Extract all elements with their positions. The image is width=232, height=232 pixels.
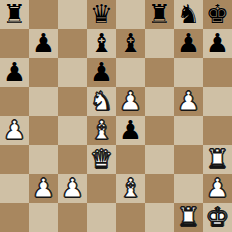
white-pawn-b2[interactable]: ♟ <box>32 174 55 203</box>
square-h4[interactable] <box>203 116 232 145</box>
square-f1[interactable] <box>145 203 174 232</box>
square-e5[interactable]: ♟ <box>116 87 145 116</box>
square-f8[interactable]: ♜ <box>145 0 174 29</box>
black-queen-d8[interactable]: ♛ <box>90 0 113 29</box>
square-b2[interactable]: ♟ <box>29 174 58 203</box>
square-g3[interactable] <box>174 145 203 174</box>
square-e6[interactable] <box>116 58 145 87</box>
chess-board: ♜♛♜♞♚♟♝♝♟♟♟♟♞♟♟♟♝♟♛♜♟♟♝♟♜♚ <box>0 0 232 232</box>
white-queen-d3[interactable]: ♛ <box>90 145 113 174</box>
square-a7[interactable] <box>0 29 29 58</box>
square-d4[interactable]: ♝ <box>87 116 116 145</box>
square-d2[interactable] <box>87 174 116 203</box>
white-pawn-c2[interactable]: ♟ <box>61 174 84 203</box>
square-a1[interactable] <box>0 203 29 232</box>
black-bishop-d7[interactable]: ♝ <box>90 29 113 58</box>
square-h7[interactable]: ♟ <box>203 29 232 58</box>
black-king-h8[interactable]: ♚ <box>206 0 229 29</box>
white-bishop-e2[interactable]: ♝ <box>119 174 142 203</box>
square-f5[interactable] <box>145 87 174 116</box>
black-pawn-h7[interactable]: ♟ <box>206 29 229 58</box>
square-b5[interactable] <box>29 87 58 116</box>
white-bishop-d4[interactable]: ♝ <box>90 116 113 145</box>
black-pawn-g7[interactable]: ♟ <box>177 29 200 58</box>
square-e3[interactable] <box>116 145 145 174</box>
square-h1[interactable]: ♚ <box>203 203 232 232</box>
square-d6[interactable]: ♟ <box>87 58 116 87</box>
square-c5[interactable] <box>58 87 87 116</box>
black-rook-f8[interactable]: ♜ <box>148 0 171 29</box>
square-g7[interactable]: ♟ <box>174 29 203 58</box>
square-h6[interactable] <box>203 58 232 87</box>
square-a8[interactable]: ♜ <box>0 0 29 29</box>
black-pawn-d6[interactable]: ♟ <box>90 58 113 87</box>
square-e4[interactable]: ♟ <box>116 116 145 145</box>
square-h8[interactable]: ♚ <box>203 0 232 29</box>
square-g2[interactable] <box>174 174 203 203</box>
square-b6[interactable] <box>29 58 58 87</box>
square-a4[interactable]: ♟ <box>0 116 29 145</box>
square-b8[interactable] <box>29 0 58 29</box>
white-pawn-h2[interactable]: ♟ <box>206 174 229 203</box>
square-e2[interactable]: ♝ <box>116 174 145 203</box>
square-c7[interactable] <box>58 29 87 58</box>
square-h2[interactable]: ♟ <box>203 174 232 203</box>
square-b7[interactable]: ♟ <box>29 29 58 58</box>
square-f7[interactable] <box>145 29 174 58</box>
square-c3[interactable] <box>58 145 87 174</box>
square-d7[interactable]: ♝ <box>87 29 116 58</box>
square-g1[interactable]: ♜ <box>174 203 203 232</box>
square-c4[interactable] <box>58 116 87 145</box>
square-f2[interactable] <box>145 174 174 203</box>
white-rook-h3[interactable]: ♜ <box>206 145 229 174</box>
black-pawn-a6[interactable]: ♟ <box>3 58 26 87</box>
square-h3[interactable]: ♜ <box>203 145 232 174</box>
square-g5[interactable]: ♟ <box>174 87 203 116</box>
square-g8[interactable]: ♞ <box>174 0 203 29</box>
black-rook-a8[interactable]: ♜ <box>3 0 26 29</box>
square-e8[interactable] <box>116 0 145 29</box>
square-g6[interactable] <box>174 58 203 87</box>
square-b3[interactable] <box>29 145 58 174</box>
square-f6[interactable] <box>145 58 174 87</box>
white-king-h1[interactable]: ♚ <box>206 203 229 232</box>
square-a6[interactable]: ♟ <box>0 58 29 87</box>
square-a3[interactable] <box>0 145 29 174</box>
white-rook-g1[interactable]: ♜ <box>177 203 200 232</box>
black-pawn-e4[interactable]: ♟ <box>119 116 142 145</box>
square-d8[interactable]: ♛ <box>87 0 116 29</box>
square-h5[interactable] <box>203 87 232 116</box>
white-pawn-g5[interactable]: ♟ <box>177 87 200 116</box>
square-g4[interactable] <box>174 116 203 145</box>
square-a5[interactable] <box>0 87 29 116</box>
square-f3[interactable] <box>145 145 174 174</box>
square-a2[interactable] <box>0 174 29 203</box>
square-b1[interactable] <box>29 203 58 232</box>
black-pawn-b7[interactable]: ♟ <box>32 29 55 58</box>
square-c6[interactable] <box>58 58 87 87</box>
square-d1[interactable] <box>87 203 116 232</box>
square-b4[interactable] <box>29 116 58 145</box>
black-knight-g8[interactable]: ♞ <box>177 0 200 29</box>
square-c8[interactable] <box>58 0 87 29</box>
square-f4[interactable] <box>145 116 174 145</box>
square-e7[interactable]: ♝ <box>116 29 145 58</box>
square-d3[interactable]: ♛ <box>87 145 116 174</box>
white-knight-d5[interactable]: ♞ <box>90 87 113 116</box>
black-bishop-e7[interactable]: ♝ <box>119 29 142 58</box>
square-d5[interactable]: ♞ <box>87 87 116 116</box>
square-e1[interactable] <box>116 203 145 232</box>
square-c1[interactable] <box>58 203 87 232</box>
white-pawn-a4[interactable]: ♟ <box>3 116 26 145</box>
square-c2[interactable]: ♟ <box>58 174 87 203</box>
white-pawn-e5[interactable]: ♟ <box>119 87 142 116</box>
